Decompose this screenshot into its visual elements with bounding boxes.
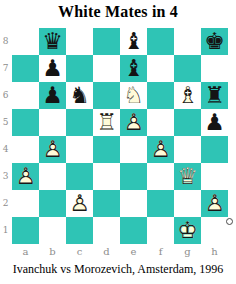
square-g7[interactable] bbox=[174, 55, 201, 82]
white-pawn: ♟♙ bbox=[66, 190, 93, 217]
square-e2[interactable] bbox=[120, 190, 147, 217]
game-caption: Ivanchuk vs Morozevich, Amsterdam, 1996 bbox=[0, 262, 236, 277]
square-g6[interactable]: ♝♗ bbox=[174, 82, 201, 109]
square-f2[interactable] bbox=[147, 190, 174, 217]
white-pawn: ♟♙ bbox=[147, 136, 174, 163]
square-a8[interactable] bbox=[12, 28, 39, 55]
white-pawn: ♟♙ bbox=[120, 109, 147, 136]
rank-label-4: 4 bbox=[0, 136, 11, 163]
square-h1[interactable] bbox=[201, 217, 228, 244]
square-f5[interactable] bbox=[147, 109, 174, 136]
white-bishop: ♝♗ bbox=[174, 82, 201, 109]
square-b1[interactable] bbox=[39, 217, 66, 244]
white-queen: ♛♕ bbox=[174, 163, 201, 190]
square-d6[interactable] bbox=[93, 82, 120, 109]
rank-label-6: 6 bbox=[0, 82, 11, 109]
square-c5[interactable] bbox=[66, 109, 93, 136]
square-h8[interactable]: ♚ bbox=[201, 28, 228, 55]
file-label-g: g bbox=[174, 245, 201, 261]
file-label-e: e bbox=[120, 245, 147, 261]
square-a6[interactable] bbox=[12, 82, 39, 109]
square-b6[interactable]: ♟ bbox=[39, 82, 66, 109]
file-label-d: d bbox=[93, 245, 120, 261]
black-queen: ♛ bbox=[39, 28, 66, 55]
black-pawn: ♟ bbox=[201, 109, 228, 136]
square-c2[interactable]: ♟♙ bbox=[66, 190, 93, 217]
square-b5[interactable] bbox=[39, 109, 66, 136]
square-e4[interactable] bbox=[120, 136, 147, 163]
square-h6[interactable]: ♜ bbox=[201, 82, 228, 109]
square-a4[interactable] bbox=[12, 136, 39, 163]
square-b4[interactable]: ♟♙ bbox=[39, 136, 66, 163]
square-d8[interactable] bbox=[93, 28, 120, 55]
square-f4[interactable]: ♟♙ bbox=[147, 136, 174, 163]
puzzle-title: White Mates in 4 bbox=[0, 3, 236, 21]
square-g5[interactable] bbox=[174, 109, 201, 136]
rank-label-7: 7 bbox=[0, 55, 11, 82]
square-c3[interactable] bbox=[66, 163, 93, 190]
square-g4[interactable] bbox=[174, 136, 201, 163]
black-knight: ♞ bbox=[66, 82, 93, 109]
chess-board: ♛♝♚♟♝♟♞♞♘♝♗♜♜♖♟♙♟♟♙♟♙♟♙♛♕♟♙♟♙♚♔ bbox=[12, 28, 228, 244]
square-e6[interactable]: ♞♘ bbox=[120, 82, 147, 109]
square-g2[interactable] bbox=[174, 190, 201, 217]
square-c6[interactable]: ♞ bbox=[66, 82, 93, 109]
black-king: ♚ bbox=[201, 28, 228, 55]
file-label-h: h bbox=[201, 245, 228, 261]
white-king: ♚♔ bbox=[174, 217, 201, 244]
white-pawn: ♟♙ bbox=[12, 163, 39, 190]
rank-label-5: 5 bbox=[0, 109, 11, 136]
square-h7[interactable] bbox=[201, 55, 228, 82]
file-label-c: c bbox=[66, 245, 93, 261]
square-c8[interactable] bbox=[66, 28, 93, 55]
white-rook: ♜♖ bbox=[93, 109, 120, 136]
square-e8[interactable]: ♝ bbox=[120, 28, 147, 55]
file-label-f: f bbox=[147, 245, 174, 261]
square-d1[interactable] bbox=[93, 217, 120, 244]
square-d4[interactable] bbox=[93, 136, 120, 163]
rank-label-8: 8 bbox=[0, 28, 11, 55]
square-b3[interactable] bbox=[39, 163, 66, 190]
file-label-a: a bbox=[12, 245, 39, 261]
white-knight: ♞♘ bbox=[120, 82, 147, 109]
square-c1[interactable] bbox=[66, 217, 93, 244]
square-d3[interactable] bbox=[93, 163, 120, 190]
square-h2[interactable]: ♟♙ bbox=[201, 190, 228, 217]
square-a7[interactable] bbox=[12, 55, 39, 82]
square-f6[interactable] bbox=[147, 82, 174, 109]
square-a5[interactable] bbox=[12, 109, 39, 136]
square-f7[interactable] bbox=[147, 55, 174, 82]
white-pawn: ♟♙ bbox=[201, 190, 228, 217]
chess-puzzle-page: White Mates in 4 ♛♝♚♟♝♟♞♞♘♝♗♜♜♖♟♙♟♟♙♟♙♟♙… bbox=[0, 0, 236, 284]
square-a2[interactable] bbox=[12, 190, 39, 217]
black-bishop: ♝ bbox=[120, 55, 147, 82]
black-pawn: ♟ bbox=[39, 82, 66, 109]
square-b7[interactable]: ♟ bbox=[39, 55, 66, 82]
square-h4[interactable] bbox=[201, 136, 228, 163]
square-h3[interactable] bbox=[201, 163, 228, 190]
square-f1[interactable] bbox=[147, 217, 174, 244]
square-a1[interactable] bbox=[12, 217, 39, 244]
file-label-b: b bbox=[39, 245, 66, 261]
square-d5[interactable]: ♜♖ bbox=[93, 109, 120, 136]
file-labels: abcdefgh bbox=[12, 245, 228, 261]
square-b8[interactable]: ♛ bbox=[39, 28, 66, 55]
square-d2[interactable] bbox=[93, 190, 120, 217]
square-b2[interactable] bbox=[39, 190, 66, 217]
square-a3[interactable]: ♟♙ bbox=[12, 163, 39, 190]
white-pawn: ♟♙ bbox=[39, 136, 66, 163]
square-e1[interactable] bbox=[120, 217, 147, 244]
square-g8[interactable] bbox=[174, 28, 201, 55]
black-rook: ♜ bbox=[201, 82, 228, 109]
square-c4[interactable] bbox=[66, 136, 93, 163]
square-h5[interactable]: ♟ bbox=[201, 109, 228, 136]
square-f8[interactable] bbox=[147, 28, 174, 55]
black-pawn: ♟ bbox=[39, 55, 66, 82]
square-g1[interactable]: ♚♔ bbox=[174, 217, 201, 244]
black-bishop: ♝ bbox=[120, 28, 147, 55]
rank-label-1: 1 bbox=[0, 217, 11, 244]
square-d7[interactable] bbox=[93, 55, 120, 82]
square-e7[interactable]: ♝ bbox=[120, 55, 147, 82]
square-g3[interactable]: ♛♕ bbox=[174, 163, 201, 190]
square-f3[interactable] bbox=[147, 163, 174, 190]
white-to-move-indicator bbox=[226, 218, 233, 225]
square-e3[interactable] bbox=[120, 163, 147, 190]
rank-label-3: 3 bbox=[0, 163, 11, 190]
square-e5[interactable]: ♟♙ bbox=[120, 109, 147, 136]
square-c7[interactable] bbox=[66, 55, 93, 82]
rank-label-2: 2 bbox=[0, 190, 11, 217]
